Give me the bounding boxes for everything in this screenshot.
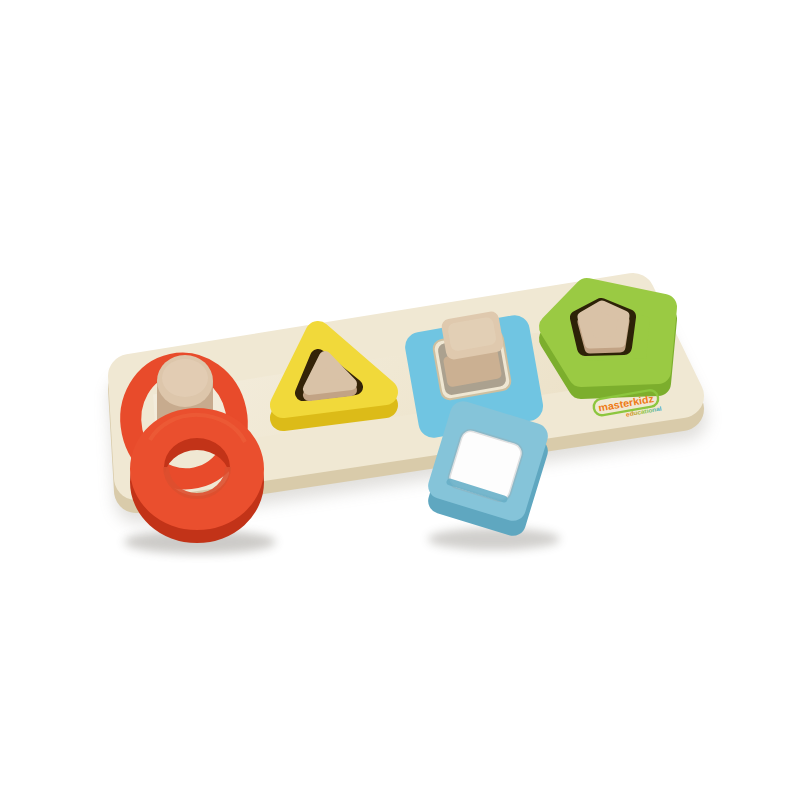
product-photo: masterkidz educational [0, 0, 800, 800]
shape-sorter-scene: masterkidz educational [0, 0, 800, 800]
pentagon-peg [583, 306, 624, 348]
pentagon-piece [552, 291, 664, 386]
cube-peg [440, 310, 504, 387]
